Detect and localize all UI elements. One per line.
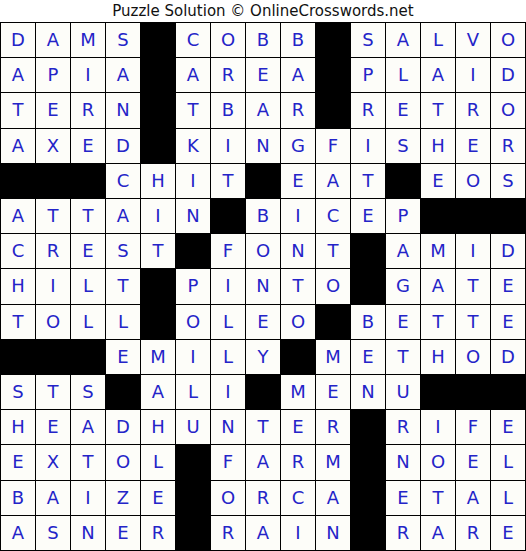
letter-cell-r7c15: D (491, 234, 525, 268)
letter-cell-r5c13: E (421, 164, 455, 198)
letter-cell-r13c7: F (211, 445, 245, 479)
letter-cell-r1c2: A (36, 23, 70, 57)
black-cell-r5c2 (36, 164, 70, 198)
letter-cell-r5c11: T (351, 164, 385, 198)
letter-cell-r3c3: R (71, 93, 105, 127)
letter-cell-r14c1: B (1, 481, 35, 515)
letter-cell-r11c12: U (386, 375, 420, 409)
black-cell-r10c3 (71, 340, 105, 374)
letter-cell-r3c6: T (176, 93, 210, 127)
letter-cell-r15c8: A (246, 516, 280, 550)
letter-cell-r14c14: A (456, 481, 490, 515)
black-cell-r11c14 (456, 375, 490, 409)
black-cell-r8c11 (351, 269, 385, 303)
letter-cell-r10c11: E (351, 340, 385, 374)
letter-cell-r12c8: T (246, 410, 280, 444)
letter-cell-r2c14: I (456, 58, 490, 92)
letter-cell-r14c3: I (71, 481, 105, 515)
letter-cell-r2c2: P (36, 58, 70, 92)
black-cell-r15c11 (351, 516, 385, 550)
letter-cell-r13c4: O (106, 445, 140, 479)
letter-cell-r12c2: E (36, 410, 70, 444)
letter-cell-r7c10: T (316, 234, 350, 268)
letter-cell-r6c4: A (106, 199, 140, 233)
black-cell-r6c7 (211, 199, 245, 233)
letter-cell-r5c7: T (211, 164, 245, 198)
letter-cell-r7c14: I (456, 234, 490, 268)
black-cell-r14c6 (176, 481, 210, 515)
letter-cell-r6c9: I (281, 199, 315, 233)
letter-cell-r4c10: F (316, 129, 350, 163)
black-cell-r11c15 (491, 375, 525, 409)
letter-cell-r4c2: X (36, 129, 70, 163)
letter-cell-r5c6: I (176, 164, 210, 198)
letter-cell-r13c8: A (246, 445, 280, 479)
letter-cell-r7c3: E (71, 234, 105, 268)
letter-cell-r9c15: E (491, 305, 525, 339)
black-cell-r5c3 (71, 164, 105, 198)
letter-cell-r3c13: T (421, 93, 455, 127)
letter-cell-r14c9: C (281, 481, 315, 515)
letter-cell-r8c3: L (71, 269, 105, 303)
letter-cell-r12c3: A (71, 410, 105, 444)
letter-cell-r4c7: I (211, 129, 245, 163)
letter-cell-r13c2: X (36, 445, 70, 479)
letter-cell-r2c15: D (491, 58, 525, 92)
letter-cell-r8c15: E (491, 269, 525, 303)
letter-cell-r3c9: R (281, 93, 315, 127)
letter-cell-r7c4: S (106, 234, 140, 268)
black-cell-r5c8 (246, 164, 280, 198)
letter-cell-r8c10: O (316, 269, 350, 303)
black-cell-r5c12 (386, 164, 420, 198)
page-title: Puzzle Solution © OnlineCrosswords.net (0, 0, 526, 22)
letter-cell-r2c13: A (421, 58, 455, 92)
letter-cell-r8c4: T (106, 269, 140, 303)
letter-cell-r10c5: M (141, 340, 175, 374)
letter-cell-r8c9: T (281, 269, 315, 303)
letter-cell-r2c8: E (246, 58, 280, 92)
letter-cell-r2c1: A (1, 58, 35, 92)
letter-cell-r14c15: L (491, 481, 525, 515)
black-cell-r10c2 (36, 340, 70, 374)
black-cell-r9c10 (316, 305, 350, 339)
letter-cell-r14c4: Z (106, 481, 140, 515)
letter-cell-r3c14: R (456, 93, 490, 127)
letter-cell-r14c13: T (421, 481, 455, 515)
letter-cell-r15c15: E (491, 516, 525, 550)
letter-cell-r1c4: S (106, 23, 140, 57)
letter-cell-r3c12: E (386, 93, 420, 127)
black-cell-r10c1 (1, 340, 35, 374)
black-cell-r4c5 (141, 129, 175, 163)
letter-cell-r10c13: H (421, 340, 455, 374)
letter-cell-r2c9: A (281, 58, 315, 92)
letter-cell-r8c12: G (386, 269, 420, 303)
letter-cell-r4c14: E (456, 129, 490, 163)
letter-cell-r11c10: E (316, 375, 350, 409)
letter-cell-r10c6: I (176, 340, 210, 374)
letter-cell-r12c5: H (141, 410, 175, 444)
letter-cell-r14c5: E (141, 481, 175, 515)
letter-cell-r9c1: T (1, 305, 35, 339)
letter-cell-r3c15: O (491, 93, 525, 127)
letter-cell-r15c12: R (386, 516, 420, 550)
letter-cell-r4c11: I (351, 129, 385, 163)
letter-cell-r13c1: E (1, 445, 35, 479)
black-cell-r1c5 (141, 23, 175, 57)
letter-cell-r1c6: C (176, 23, 210, 57)
letter-cell-r11c2: T (36, 375, 70, 409)
black-cell-r7c6 (176, 234, 210, 268)
letter-cell-r7c13: M (421, 234, 455, 268)
letter-cell-r10c4: E (106, 340, 140, 374)
letter-cell-r13c10: M (316, 445, 350, 479)
letter-cell-r13c12: N (386, 445, 420, 479)
letter-cell-r13c14: E (456, 445, 490, 479)
letter-cell-r4c4: D (106, 129, 140, 163)
letter-cell-r14c10: A (316, 481, 350, 515)
letter-cell-r11c3: S (71, 375, 105, 409)
letter-cell-r15c4: E (106, 516, 140, 550)
letter-cell-r8c2: I (36, 269, 70, 303)
letter-cell-r4c12: S (386, 129, 420, 163)
black-cell-r11c13 (421, 375, 455, 409)
black-cell-r7c11 (351, 234, 385, 268)
letter-cell-r15c7: R (211, 516, 245, 550)
letter-cell-r8c1: H (1, 269, 35, 303)
letter-cell-r11c7: I (211, 375, 245, 409)
letter-cell-r10c10: M (316, 340, 350, 374)
letter-cell-r6c8: B (246, 199, 280, 233)
letter-cell-r15c14: R (456, 516, 490, 550)
puzzle-solution-page: Puzzle Solution © OnlineCrosswords.net D… (0, 0, 526, 551)
letter-cell-r15c10: N (316, 516, 350, 550)
letter-cell-r15c9: I (281, 516, 315, 550)
letter-cell-r12c6: U (176, 410, 210, 444)
letter-cell-r11c1: S (1, 375, 35, 409)
letter-cell-r9c2: O (36, 305, 70, 339)
black-cell-r9c5 (141, 305, 175, 339)
letter-cell-r2c4: A (106, 58, 140, 92)
black-cell-r5c1 (1, 164, 35, 198)
letter-cell-r4c9: G (281, 129, 315, 163)
letter-cell-r15c1: A (1, 516, 35, 550)
letter-cell-r6c5: I (141, 199, 175, 233)
letter-cell-r3c7: B (211, 93, 245, 127)
letter-cell-r14c8: R (246, 481, 280, 515)
letter-cell-r4c6: K (176, 129, 210, 163)
black-cell-r15c6 (176, 516, 210, 550)
letter-cell-r1c15: O (491, 23, 525, 57)
letter-cell-r9c3: L (71, 305, 105, 339)
letter-cell-r13c9: R (281, 445, 315, 479)
letter-cell-r2c7: R (211, 58, 245, 92)
letter-cell-r11c5: A (141, 375, 175, 409)
letter-cell-r5c5: H (141, 164, 175, 198)
letter-cell-r1c7: O (211, 23, 245, 57)
letter-cell-r11c9: M (281, 375, 315, 409)
letter-cell-r12c1: H (1, 410, 35, 444)
letter-cell-r12c15: E (491, 410, 525, 444)
black-cell-r8c5 (141, 269, 175, 303)
letter-cell-r15c2: S (36, 516, 70, 550)
letter-cell-r8c13: A (421, 269, 455, 303)
letter-cell-r3c4: N (106, 93, 140, 127)
letter-cell-r14c7: O (211, 481, 245, 515)
letter-cell-r7c8: O (246, 234, 280, 268)
black-cell-r12c11 (351, 410, 385, 444)
letter-cell-r9c11: B (351, 305, 385, 339)
letter-cell-r7c9: N (281, 234, 315, 268)
letter-cell-r3c8: A (246, 93, 280, 127)
black-cell-r13c6 (176, 445, 210, 479)
letter-cell-r10c7: L (211, 340, 245, 374)
black-cell-r2c5 (141, 58, 175, 92)
letter-cell-r12c7: N (211, 410, 245, 444)
letter-cell-r5c10: A (316, 164, 350, 198)
letter-cell-r4c15: R (491, 129, 525, 163)
crossword-grid: DAMSCOBBSALVOAPIAAREAPLAIDTERNTBARRETROA… (0, 22, 526, 551)
letter-cell-r9c7: L (211, 305, 245, 339)
black-cell-r3c10 (316, 93, 350, 127)
letter-cell-r9c14: T (456, 305, 490, 339)
letter-cell-r3c2: E (36, 93, 70, 127)
letter-cell-r8c6: P (176, 269, 210, 303)
letter-cell-r11c11: N (351, 375, 385, 409)
letter-cell-r2c6: A (176, 58, 210, 92)
letter-cell-r12c4: D (106, 410, 140, 444)
letter-cell-r5c9: E (281, 164, 315, 198)
letter-cell-r9c9: O (281, 305, 315, 339)
letter-cell-r10c14: O (456, 340, 490, 374)
letter-cell-r1c1: D (1, 23, 35, 57)
letter-cell-r7c7: F (211, 234, 245, 268)
letter-cell-r11c6: L (176, 375, 210, 409)
letter-cell-r13c3: T (71, 445, 105, 479)
black-cell-r6c13 (421, 199, 455, 233)
letter-cell-r12c10: R (316, 410, 350, 444)
letter-cell-r15c3: N (71, 516, 105, 550)
letter-cell-r13c15: L (491, 445, 525, 479)
letter-cell-r4c1: A (1, 129, 35, 163)
letter-cell-r12c13: I (421, 410, 455, 444)
letter-cell-r1c3: M (71, 23, 105, 57)
letter-cell-r8c8: N (246, 269, 280, 303)
letter-cell-r8c7: I (211, 269, 245, 303)
letter-cell-r1c11: S (351, 23, 385, 57)
letter-cell-r7c2: R (36, 234, 70, 268)
black-cell-r13c11 (351, 445, 385, 479)
letter-cell-r1c8: B (246, 23, 280, 57)
letter-cell-r7c1: C (1, 234, 35, 268)
black-cell-r14c11 (351, 481, 385, 515)
letter-cell-r5c4: C (106, 164, 140, 198)
letter-cell-r6c2: T (36, 199, 70, 233)
letter-cell-r12c9: E (281, 410, 315, 444)
letter-cell-r6c11: E (351, 199, 385, 233)
black-cell-r3c5 (141, 93, 175, 127)
letter-cell-r9c6: O (176, 305, 210, 339)
letter-cell-r8c14: T (456, 269, 490, 303)
letter-cell-r5c15: S (491, 164, 525, 198)
letter-cell-r13c13: O (421, 445, 455, 479)
letter-cell-r14c2: A (36, 481, 70, 515)
letter-cell-r9c8: E (246, 305, 280, 339)
letter-cell-r5c14: O (456, 164, 490, 198)
letter-cell-r9c4: L (106, 305, 140, 339)
letter-cell-r13c5: L (141, 445, 175, 479)
letter-cell-r4c13: H (421, 129, 455, 163)
letter-cell-r9c12: E (386, 305, 420, 339)
letter-cell-r15c5: R (141, 516, 175, 550)
letter-cell-r10c12: T (386, 340, 420, 374)
letter-cell-r15c13: A (421, 516, 455, 550)
black-cell-r6c15 (491, 199, 525, 233)
letter-cell-r7c5: T (141, 234, 175, 268)
letter-cell-r1c14: V (456, 23, 490, 57)
letter-cell-r4c8: N (246, 129, 280, 163)
letter-cell-r3c11: R (351, 93, 385, 127)
black-cell-r11c8 (246, 375, 280, 409)
letter-cell-r2c12: L (386, 58, 420, 92)
black-cell-r11c4 (106, 375, 140, 409)
letter-cell-r6c6: N (176, 199, 210, 233)
letter-cell-r6c1: A (1, 199, 35, 233)
letter-cell-r12c12: R (386, 410, 420, 444)
black-cell-r10c9 (281, 340, 315, 374)
letter-cell-r2c3: I (71, 58, 105, 92)
letter-cell-r9c13: T (421, 305, 455, 339)
letter-cell-r6c12: P (386, 199, 420, 233)
letter-cell-r3c1: T (1, 93, 35, 127)
black-cell-r2c10 (316, 58, 350, 92)
letter-cell-r12c14: F (456, 410, 490, 444)
black-cell-r1c10 (316, 23, 350, 57)
letter-cell-r14c12: E (386, 481, 420, 515)
letter-cell-r1c13: L (421, 23, 455, 57)
letter-cell-r2c11: P (351, 58, 385, 92)
letter-cell-r4c3: E (71, 129, 105, 163)
black-cell-r6c14 (456, 199, 490, 233)
letter-cell-r6c3: T (71, 199, 105, 233)
letter-cell-r7c12: A (386, 234, 420, 268)
letter-cell-r6c10: C (316, 199, 350, 233)
letter-cell-r1c9: B (281, 23, 315, 57)
letter-cell-r10c15: D (491, 340, 525, 374)
letter-cell-r1c12: A (386, 23, 420, 57)
letter-cell-r10c8: Y (246, 340, 280, 374)
